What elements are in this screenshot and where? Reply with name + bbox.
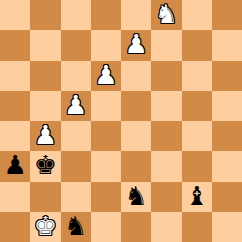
square-h6[interactable] — [212, 61, 242, 91]
square-d5[interactable] — [91, 91, 121, 121]
square-e2[interactable]: ♞ — [121, 182, 151, 212]
square-a2[interactable] — [0, 182, 30, 212]
square-h8[interactable] — [212, 0, 242, 30]
piece-black-knight: ♞ — [64, 213, 87, 239]
square-g4[interactable] — [182, 121, 212, 151]
square-c2[interactable] — [61, 182, 91, 212]
square-a5[interactable] — [0, 91, 30, 121]
square-a7[interactable] — [0, 30, 30, 60]
square-e7[interactable]: ♟ — [121, 30, 151, 60]
piece-black-bishop: ♝ — [185, 183, 208, 209]
square-b8[interactable] — [30, 0, 60, 30]
square-a3[interactable]: ♟ — [0, 151, 30, 181]
square-g3[interactable] — [182, 151, 212, 181]
square-g8[interactable] — [182, 0, 212, 30]
piece-white-pawn: ♟ — [94, 62, 117, 88]
square-b7[interactable] — [30, 30, 60, 60]
square-h1[interactable] — [212, 212, 242, 242]
square-c8[interactable] — [61, 0, 91, 30]
chess-board: ♞♟♟♟♟♟♚♞♝♚♞ — [0, 0, 242, 242]
square-c7[interactable] — [61, 30, 91, 60]
square-d1[interactable] — [91, 212, 121, 242]
square-f3[interactable] — [151, 151, 181, 181]
piece-white-pawn: ♟ — [64, 92, 87, 118]
square-c1[interactable]: ♞ — [61, 212, 91, 242]
square-a6[interactable] — [0, 61, 30, 91]
square-g1[interactable] — [182, 212, 212, 242]
square-d7[interactable] — [91, 30, 121, 60]
square-d8[interactable] — [91, 0, 121, 30]
piece-white-king: ♚ — [34, 213, 57, 239]
square-f2[interactable] — [151, 182, 181, 212]
piece-black-pawn: ♟ — [3, 152, 26, 178]
square-b3[interactable]: ♚ — [30, 151, 60, 181]
square-b2[interactable] — [30, 182, 60, 212]
square-e4[interactable] — [121, 121, 151, 151]
piece-black-knight: ♞ — [124, 183, 147, 209]
square-b6[interactable] — [30, 61, 60, 91]
piece-white-pawn: ♟ — [124, 31, 147, 57]
square-f6[interactable] — [151, 61, 181, 91]
square-d6[interactable]: ♟ — [91, 61, 121, 91]
square-d2[interactable] — [91, 182, 121, 212]
square-h5[interactable] — [212, 91, 242, 121]
square-e8[interactable] — [121, 0, 151, 30]
square-a1[interactable] — [0, 212, 30, 242]
square-h7[interactable] — [212, 30, 242, 60]
piece-black-king: ♚ — [34, 152, 57, 178]
square-a4[interactable] — [0, 121, 30, 151]
square-f1[interactable] — [151, 212, 181, 242]
square-a8[interactable] — [0, 0, 30, 30]
square-h2[interactable] — [212, 182, 242, 212]
square-b4[interactable]: ♟ — [30, 121, 60, 151]
square-b5[interactable] — [30, 91, 60, 121]
square-c6[interactable] — [61, 61, 91, 91]
square-d3[interactable] — [91, 151, 121, 181]
square-g2[interactable]: ♝ — [182, 182, 212, 212]
square-c4[interactable] — [61, 121, 91, 151]
piece-white-pawn: ♟ — [34, 122, 57, 148]
piece-white-knight: ♞ — [155, 1, 178, 27]
square-h4[interactable] — [212, 121, 242, 151]
square-f4[interactable] — [151, 121, 181, 151]
square-e3[interactable] — [121, 151, 151, 181]
square-f8[interactable]: ♞ — [151, 0, 181, 30]
square-f5[interactable] — [151, 91, 181, 121]
square-g5[interactable] — [182, 91, 212, 121]
square-c3[interactable] — [61, 151, 91, 181]
square-h3[interactable] — [212, 151, 242, 181]
square-e6[interactable] — [121, 61, 151, 91]
square-b1[interactable]: ♚ — [30, 212, 60, 242]
square-f7[interactable] — [151, 30, 181, 60]
square-g6[interactable] — [182, 61, 212, 91]
square-g7[interactable] — [182, 30, 212, 60]
square-c5[interactable]: ♟ — [61, 91, 91, 121]
square-e1[interactable] — [121, 212, 151, 242]
square-e5[interactable] — [121, 91, 151, 121]
square-d4[interactable] — [91, 121, 121, 151]
